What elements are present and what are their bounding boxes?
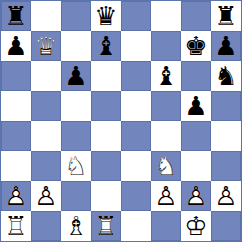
black-pawn-glyph: ♟ [211,31,241,61]
piece-white-king[interactable]: ♚♔ [181,211,211,241]
piece-white-pawn[interactable]: ♟♙ [151,181,181,211]
square-e7[interactable] [121,31,151,61]
square-g2[interactable]: ♟♙ [181,181,211,211]
piece-white-knight[interactable]: ♞♘ [151,151,181,181]
black-bishop-glyph: ♝ [151,61,181,91]
square-g3[interactable] [181,151,211,181]
square-b5[interactable] [31,91,61,121]
black-bishop-glyph: ♝ [91,31,121,61]
square-d5[interactable] [91,91,121,121]
white-rook-outline: ♖ [91,211,121,241]
piece-white-bishop[interactable]: ♝♗ [61,211,91,241]
square-d8[interactable]: ♛ [91,1,121,31]
square-f4[interactable] [151,121,181,151]
square-b7[interactable]: ♛♕ [31,31,61,61]
white-pawn-outline: ♙ [181,181,211,211]
white-knight-outline: ♘ [151,151,181,181]
square-h3[interactable] [211,151,241,181]
piece-black-rook[interactable]: ♜ [1,1,31,31]
piece-white-pawn[interactable]: ♟♙ [31,181,61,211]
piece-white-pawn[interactable]: ♟♙ [211,181,241,211]
piece-black-king[interactable]: ♚ [181,31,211,61]
square-g6[interactable] [181,61,211,91]
square-f3[interactable]: ♞♘ [151,151,181,181]
black-pawn-glyph: ♟ [181,91,211,121]
piece-white-queen[interactable]: ♛♕ [31,31,61,61]
square-c4[interactable] [61,121,91,151]
square-c7[interactable] [61,31,91,61]
square-c2[interactable] [61,181,91,211]
square-g5[interactable]: ♟ [181,91,211,121]
square-h2[interactable]: ♟♙ [211,181,241,211]
square-b6[interactable] [31,61,61,91]
square-e3[interactable] [121,151,151,181]
square-e5[interactable] [121,91,151,121]
square-f8[interactable] [151,1,181,31]
white-pawn-outline: ♙ [151,181,181,211]
piece-black-pawn[interactable]: ♟ [61,61,91,91]
square-d4[interactable] [91,121,121,151]
black-pawn-glyph: ♟ [1,31,31,61]
square-g7[interactable]: ♚ [181,31,211,61]
black-king-glyph: ♚ [181,31,211,61]
square-f2[interactable]: ♟♙ [151,181,181,211]
black-knight-glyph: ♞ [211,61,241,91]
piece-black-pawn[interactable]: ♟ [1,31,31,61]
square-a5[interactable] [1,91,31,121]
square-b8[interactable] [31,1,61,31]
square-b4[interactable] [31,121,61,151]
square-e2[interactable] [121,181,151,211]
square-c8[interactable] [61,1,91,31]
square-e6[interactable] [121,61,151,91]
piece-white-rook[interactable]: ♜♖ [1,211,31,241]
square-h6[interactable]: ♞ [211,61,241,91]
white-king-outline: ♔ [181,211,211,241]
white-pawn-outline: ♙ [31,181,61,211]
white-knight-outline: ♘ [61,151,91,181]
piece-white-rook[interactable]: ♜♖ [91,211,121,241]
square-e4[interactable] [121,121,151,151]
white-queen-outline: ♕ [31,31,61,61]
piece-black-queen[interactable]: ♛ [91,1,121,31]
square-g4[interactable] [181,121,211,151]
piece-black-bishop[interactable]: ♝ [151,61,181,91]
square-b2[interactable]: ♟♙ [31,181,61,211]
square-h8[interactable]: ♜ [211,1,241,31]
square-f6[interactable]: ♝ [151,61,181,91]
square-a6[interactable] [1,61,31,91]
square-h5[interactable] [211,91,241,121]
square-b3[interactable] [31,151,61,181]
white-pawn-outline: ♙ [211,181,241,211]
square-a8[interactable]: ♜ [1,1,31,31]
black-pawn-glyph: ♟ [61,61,91,91]
square-c3[interactable]: ♞♘ [61,151,91,181]
white-rook-outline: ♖ [1,211,31,241]
square-e1[interactable] [121,211,151,241]
square-c5[interactable] [61,91,91,121]
square-c1[interactable]: ♝♗ [61,211,91,241]
square-d2[interactable] [91,181,121,211]
square-d6[interactable] [91,61,121,91]
square-h1[interactable] [211,211,241,241]
piece-white-pawn[interactable]: ♟♙ [181,181,211,211]
square-a3[interactable] [1,151,31,181]
square-a4[interactable] [1,121,31,151]
piece-black-bishop[interactable]: ♝ [91,31,121,61]
black-rook-glyph: ♜ [1,1,31,31]
piece-black-knight[interactable]: ♞ [211,61,241,91]
square-h4[interactable] [211,121,241,151]
square-e8[interactable] [121,1,151,31]
square-d7[interactable]: ♝ [91,31,121,61]
piece-black-pawn[interactable]: ♟ [211,31,241,61]
square-d1[interactable]: ♜♖ [91,211,121,241]
black-queen-glyph: ♛ [91,1,121,31]
piece-white-knight[interactable]: ♞♘ [61,151,91,181]
chess-board: ♜♛♜♟♛♕♝♚♟♟♝♞♟♞♘♞♘♟♙♟♙♟♙♟♙♟♙♜♖♝♗♜♖♚♔ [0,0,242,242]
piece-black-pawn[interactable]: ♟ [181,91,211,121]
black-rook-glyph: ♜ [211,1,241,31]
square-a2[interactable]: ♟♙ [1,181,31,211]
piece-white-pawn[interactable]: ♟♙ [1,181,31,211]
square-h7[interactable]: ♟ [211,31,241,61]
white-pawn-outline: ♙ [1,181,31,211]
square-d3[interactable] [91,151,121,181]
square-f5[interactable] [151,91,181,121]
square-g8[interactable] [181,1,211,31]
piece-black-rook[interactable]: ♜ [211,1,241,31]
square-c6[interactable]: ♟ [61,61,91,91]
square-f7[interactable] [151,31,181,61]
square-b1[interactable] [31,211,61,241]
white-bishop-outline: ♗ [61,211,91,241]
square-a7[interactable]: ♟ [1,31,31,61]
square-a1[interactable]: ♜♖ [1,211,31,241]
square-g1[interactable]: ♚♔ [181,211,211,241]
square-f1[interactable] [151,211,181,241]
